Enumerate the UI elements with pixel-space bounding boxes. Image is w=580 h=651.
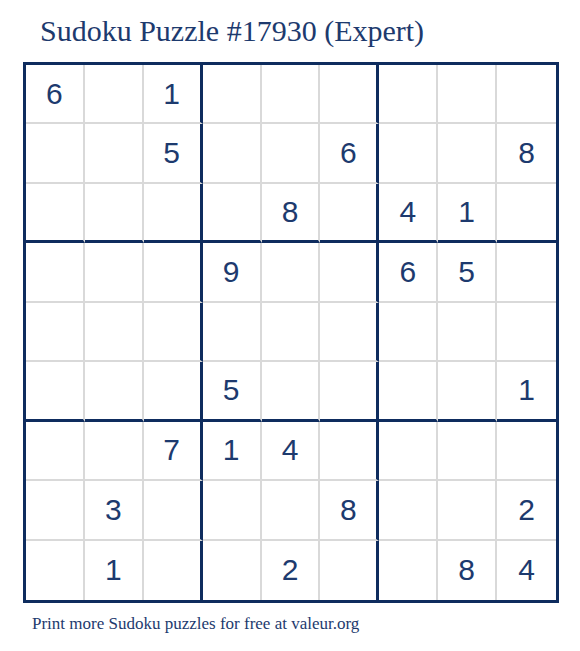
- cell-r5c1: [26, 303, 85, 362]
- cell-r4c4: 9: [203, 243, 262, 302]
- cell-r9c2: 1: [85, 541, 144, 600]
- cell-r6c3: [144, 362, 203, 421]
- cell-r1c1: 6: [26, 65, 85, 124]
- cell-r9c4: [203, 541, 262, 600]
- cell-r2c1: [26, 124, 85, 183]
- cell-r1c3: 1: [144, 65, 203, 124]
- cell-r1c4: [203, 65, 262, 124]
- cell-r8c6: 8: [320, 481, 379, 540]
- cell-r1c6: [320, 65, 379, 124]
- cell-r1c8: [438, 65, 497, 124]
- cell-r3c1: [26, 184, 85, 243]
- cell-r6c5: [262, 362, 321, 421]
- footer-text: Print more Sudoku puzzles for free at va…: [32, 614, 359, 634]
- cell-r8c9: 2: [497, 481, 556, 540]
- cell-r7c4: 1: [203, 422, 262, 481]
- cell-r5c4: [203, 303, 262, 362]
- cell-r3c9: [497, 184, 556, 243]
- cell-r8c8: [438, 481, 497, 540]
- cell-r1c5: [262, 65, 321, 124]
- cell-r3c5: 8: [262, 184, 321, 243]
- cell-r9c8: 8: [438, 541, 497, 600]
- cell-r7c7: [379, 422, 438, 481]
- cell-r8c5: [262, 481, 321, 540]
- cell-r4c7: 6: [379, 243, 438, 302]
- cell-r1c9: [497, 65, 556, 124]
- cell-r3c7: 4: [379, 184, 438, 243]
- cell-r7c1: [26, 422, 85, 481]
- cell-r4c8: 5: [438, 243, 497, 302]
- cell-r2c9: 8: [497, 124, 556, 183]
- cell-r8c4: [203, 481, 262, 540]
- cell-r2c7: [379, 124, 438, 183]
- cell-r4c6: [320, 243, 379, 302]
- cell-r6c6: [320, 362, 379, 421]
- cell-r5c3: [144, 303, 203, 362]
- cell-r8c1: [26, 481, 85, 540]
- cell-r5c6: [320, 303, 379, 362]
- cell-r3c6: [320, 184, 379, 243]
- cell-r5c5: [262, 303, 321, 362]
- cell-r5c8: [438, 303, 497, 362]
- cell-r3c4: [203, 184, 262, 243]
- cell-r6c4: 5: [203, 362, 262, 421]
- cell-r9c9: 4: [497, 541, 556, 600]
- cell-r1c2: [85, 65, 144, 124]
- cell-r3c8: 1: [438, 184, 497, 243]
- cell-r9c3: [144, 541, 203, 600]
- cell-r5c9: [497, 303, 556, 362]
- cell-r7c3: 7: [144, 422, 203, 481]
- cell-r7c2: [85, 422, 144, 481]
- cell-r4c2: [85, 243, 144, 302]
- cell-r4c3: [144, 243, 203, 302]
- cell-r6c2: [85, 362, 144, 421]
- cell-r5c2: [85, 303, 144, 362]
- cell-r4c1: [26, 243, 85, 302]
- cell-r6c7: [379, 362, 438, 421]
- cell-r7c6: [320, 422, 379, 481]
- cell-r8c3: [144, 481, 203, 540]
- cell-r8c2: 3: [85, 481, 144, 540]
- cell-r6c8: [438, 362, 497, 421]
- cell-r9c1: [26, 541, 85, 600]
- cell-r6c9: 1: [497, 362, 556, 421]
- sudoku-page: Sudoku Puzzle #17930 (Expert) 6156884196…: [0, 0, 580, 651]
- cell-r9c7: [379, 541, 438, 600]
- cell-r7c9: [497, 422, 556, 481]
- puzzle-title: Sudoku Puzzle #17930 (Expert): [40, 12, 424, 50]
- cell-r7c5: 4: [262, 422, 321, 481]
- cell-r5c7: [379, 303, 438, 362]
- cell-r4c9: [497, 243, 556, 302]
- cell-r3c2: [85, 184, 144, 243]
- cell-r6c1: [26, 362, 85, 421]
- cell-r3c3: [144, 184, 203, 243]
- cell-r2c2: [85, 124, 144, 183]
- cell-r2c6: 6: [320, 124, 379, 183]
- cell-r7c8: [438, 422, 497, 481]
- cell-r2c8: [438, 124, 497, 183]
- cell-r2c4: [203, 124, 262, 183]
- cell-r9c6: [320, 541, 379, 600]
- cell-r2c3: 5: [144, 124, 203, 183]
- cell-r8c7: [379, 481, 438, 540]
- sudoku-board: 61568841965517143821284: [23, 62, 559, 603]
- cell-r1c7: [379, 65, 438, 124]
- cell-r2c5: [262, 124, 321, 183]
- cell-r9c5: 2: [262, 541, 321, 600]
- cell-r4c5: [262, 243, 321, 302]
